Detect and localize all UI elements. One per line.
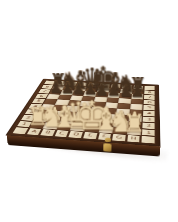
piece-white-rook: ♜: [123, 113, 146, 131]
chess-board: ABCDEFGH8877665544332211ABCDEFGH ♜♞♝♛♚♝♞…: [5, 79, 160, 147]
chess-set-product-photo: ABCDEFGH8877665544332211ABCDEFGH ♜♞♝♛♚♝♞…: [0, 0, 178, 222]
black-pawn-glyph: ♟: [130, 83, 144, 99]
pieces-layer: ♜♞♝♛♚♝♞♜♟♟♟♟♟♟♟♟♟♟♟♟♟♟♟♟♜♞♝♛♚♝♞♜: [11, 80, 156, 144]
white-rook-glyph: ♜: [123, 111, 145, 136]
piece-black-pawn: ♟: [128, 85, 147, 97]
brass-clasp: [103, 143, 111, 152]
